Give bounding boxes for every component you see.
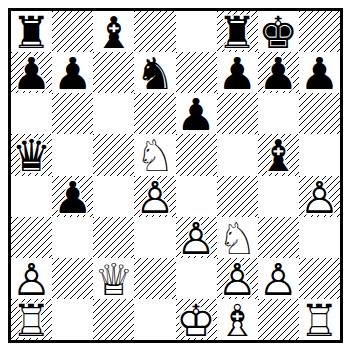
black-pawn-g7: ♟ (258, 52, 299, 93)
black-king-g8-glyph: ♚ (259, 11, 298, 52)
black-rook-f8-glyph: ♜ (217, 11, 256, 52)
square-d2[interactable] (134, 258, 175, 299)
square-e5[interactable] (176, 134, 217, 175)
white-queen-c2-glyph: ♕ (94, 258, 133, 299)
white-bishop-f1-glyph: ♗ (217, 299, 256, 340)
square-a4[interactable] (11, 176, 52, 217)
white-rook-a1: ♜♖ (11, 299, 52, 340)
white-rook-h1-glyph: ♖ (300, 299, 339, 340)
black-pawn-b7-glyph: ♟ (53, 52, 92, 93)
square-e4[interactable] (176, 176, 217, 217)
black-bishop-g5-glyph: ♝ (259, 134, 298, 175)
square-a3[interactable] (11, 217, 52, 258)
white-pawn-g2: ♟♙ (258, 258, 299, 299)
board-frame: ♜♝♜♚♟♟♞♟♟♟♟♛♞♘♝♟♟♙♟♙♟♙♞♘♟♙♛♕♟♙♟♙♜♖♚♔♝♗♜♖ (8, 8, 343, 343)
black-rook-f8: ♜ (217, 11, 258, 52)
black-king-g8: ♚ (258, 11, 299, 52)
black-rook-a8: ♜ (11, 11, 52, 52)
square-b4[interactable]: ♟ (52, 176, 93, 217)
black-queen-a5: ♛ (11, 134, 52, 175)
black-pawn-a7: ♟ (11, 52, 52, 93)
black-bishop-c8-glyph: ♝ (94, 11, 133, 52)
white-knight-d5: ♞♘ (134, 134, 175, 175)
white-pawn-d4: ♟♙ (134, 176, 175, 217)
white-rook-a1-glyph: ♖ (12, 299, 51, 340)
square-f2[interactable]: ♟♙ (217, 258, 258, 299)
square-c6[interactable] (93, 93, 134, 134)
white-pawn-e3-glyph: ♙ (176, 217, 215, 258)
square-g1[interactable] (258, 299, 299, 340)
black-pawn-b4-glyph: ♟ (53, 176, 92, 217)
square-b1[interactable] (52, 299, 93, 340)
white-pawn-f2-glyph: ♙ (217, 258, 256, 299)
black-pawn-g7-glyph: ♟ (259, 52, 298, 93)
square-g5[interactable]: ♝ (258, 134, 299, 175)
square-h8[interactable] (299, 11, 340, 52)
black-pawn-h7: ♟ (299, 52, 340, 93)
white-pawn-d4-glyph: ♙ (135, 176, 174, 217)
white-pawn-e3: ♟♙ (176, 217, 217, 258)
white-knight-f3-glyph: ♘ (217, 217, 256, 258)
page: ♜♝♜♚♟♟♞♟♟♟♟♛♞♘♝♟♟♙♟♙♟♙♞♘♟♙♛♕♟♙♟♙♜♖♚♔♝♗♜♖ (0, 0, 350, 350)
square-g6[interactable] (258, 93, 299, 134)
square-h5[interactable] (299, 134, 340, 175)
square-g4[interactable] (258, 176, 299, 217)
square-c2[interactable]: ♛♕ (93, 258, 134, 299)
white-king-e1-glyph: ♔ (176, 299, 215, 340)
square-h2[interactable] (299, 258, 340, 299)
square-f3[interactable]: ♞♘ (217, 217, 258, 258)
white-knight-f3: ♞♘ (217, 217, 258, 258)
white-rook-h1: ♜♖ (299, 299, 340, 340)
square-f7[interactable]: ♟ (217, 52, 258, 93)
square-e7[interactable] (176, 52, 217, 93)
square-b2[interactable] (52, 258, 93, 299)
black-knight-d7-glyph: ♞ (135, 52, 174, 93)
square-f1[interactable]: ♝♗ (217, 299, 258, 340)
chess-board: ♜♝♜♚♟♟♞♟♟♟♟♛♞♘♝♟♟♙♟♙♟♙♞♘♟♙♛♕♟♙♟♙♜♖♚♔♝♗♜♖ (11, 11, 340, 340)
white-pawn-h4-glyph: ♙ (300, 176, 339, 217)
square-d7[interactable]: ♞ (134, 52, 175, 93)
square-c8[interactable]: ♝ (93, 11, 134, 52)
square-g2[interactable]: ♟♙ (258, 258, 299, 299)
square-d5[interactable]: ♞♘ (134, 134, 175, 175)
black-pawn-h7-glyph: ♟ (300, 52, 339, 93)
square-d6[interactable] (134, 93, 175, 134)
black-pawn-b7: ♟ (52, 52, 93, 93)
square-a7[interactable]: ♟ (11, 52, 52, 93)
square-e2[interactable] (176, 258, 217, 299)
square-h4[interactable]: ♟♙ (299, 176, 340, 217)
black-knight-d7: ♞ (134, 52, 175, 93)
black-pawn-a7-glyph: ♟ (12, 52, 51, 93)
square-c3[interactable] (93, 217, 134, 258)
square-f4[interactable] (217, 176, 258, 217)
square-b3[interactable] (52, 217, 93, 258)
square-b8[interactable] (52, 11, 93, 52)
square-g7[interactable]: ♟ (258, 52, 299, 93)
square-b7[interactable]: ♟ (52, 52, 93, 93)
square-f8[interactable]: ♜ (217, 11, 258, 52)
white-pawn-a2-glyph: ♙ (12, 258, 51, 299)
square-c4[interactable] (93, 176, 134, 217)
square-a8[interactable]: ♜ (11, 11, 52, 52)
square-c7[interactable] (93, 52, 134, 93)
white-pawn-g2-glyph: ♙ (259, 258, 298, 299)
black-pawn-f7-glyph: ♟ (217, 52, 256, 93)
black-pawn-e6: ♟ (176, 93, 217, 134)
square-h7[interactable]: ♟ (299, 52, 340, 93)
black-pawn-b4: ♟ (52, 176, 93, 217)
square-e8[interactable] (176, 11, 217, 52)
square-d3[interactable] (134, 217, 175, 258)
square-a5[interactable]: ♛ (11, 134, 52, 175)
square-c1[interactable] (93, 299, 134, 340)
black-bishop-g5: ♝ (258, 134, 299, 175)
square-h3[interactable] (299, 217, 340, 258)
square-a6[interactable] (11, 93, 52, 134)
white-pawn-h4: ♟♙ (299, 176, 340, 217)
black-pawn-e6-glyph: ♟ (176, 93, 215, 134)
square-a1[interactable]: ♜♖ (11, 299, 52, 340)
white-king-e1: ♚♔ (176, 299, 217, 340)
square-g3[interactable] (258, 217, 299, 258)
square-d4[interactable]: ♟♙ (134, 176, 175, 217)
square-e3[interactable]: ♟♙ (176, 217, 217, 258)
square-c5[interactable] (93, 134, 134, 175)
square-d1[interactable] (134, 299, 175, 340)
square-e1[interactable]: ♚♔ (176, 299, 217, 340)
white-queen-c2: ♛♕ (93, 258, 134, 299)
square-g8[interactable]: ♚ (258, 11, 299, 52)
square-a2[interactable]: ♟♙ (11, 258, 52, 299)
square-h1[interactable]: ♜♖ (299, 299, 340, 340)
white-bishop-f1: ♝♗ (217, 299, 258, 340)
square-f5[interactable] (217, 134, 258, 175)
black-pawn-f7: ♟ (217, 52, 258, 93)
black-queen-a5-glyph: ♛ (12, 134, 51, 175)
black-rook-a8-glyph: ♜ (12, 11, 51, 52)
square-b5[interactable] (52, 134, 93, 175)
white-pawn-f2: ♟♙ (217, 258, 258, 299)
black-bishop-c8: ♝ (93, 11, 134, 52)
white-knight-d5-glyph: ♘ (135, 134, 174, 175)
square-e6[interactable]: ♟ (176, 93, 217, 134)
white-pawn-a2: ♟♙ (11, 258, 52, 299)
square-f6[interactable] (217, 93, 258, 134)
square-b6[interactable] (52, 93, 93, 134)
square-h6[interactable] (299, 93, 340, 134)
square-d8[interactable] (134, 11, 175, 52)
